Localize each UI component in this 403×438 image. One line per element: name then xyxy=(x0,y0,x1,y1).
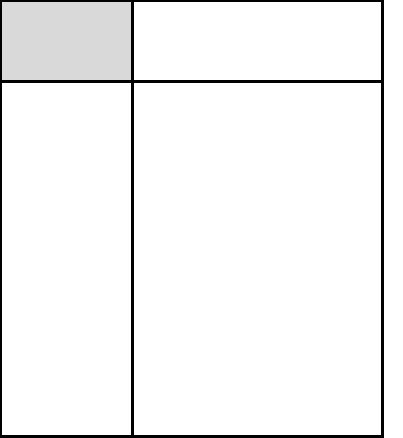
frame-line-clue-divider-vertical xyxy=(131,0,134,438)
frame-line-top xyxy=(0,0,384,2)
watermark-corner xyxy=(2,2,131,80)
right-margin xyxy=(383,83,403,435)
frame-line-left xyxy=(0,0,2,438)
puzzle-board xyxy=(134,83,381,435)
row-clues xyxy=(2,83,131,435)
column-clues xyxy=(134,2,381,80)
nonogram-puzzle xyxy=(0,0,403,438)
frame-line-clue-divider-horizontal xyxy=(0,80,384,83)
frame-line-right xyxy=(381,0,384,438)
